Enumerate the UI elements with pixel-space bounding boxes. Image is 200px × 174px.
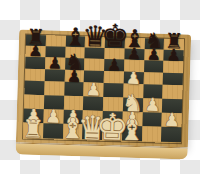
piece-black-pawn-g7[interactable]: ♟ xyxy=(147,46,162,62)
piece-black-pawn-f7[interactable]: ♟ xyxy=(127,46,142,62)
piece-white-pawn-f5[interactable]: ♟ xyxy=(126,69,141,86)
chess-board: ♜♝♛♚♝♞♜♟♟♟♟♟♞♟♟♟♟♞♟♟♟♟♟♟♜♝♛♚♝ xyxy=(16,29,192,158)
piece-black-pawn-b6[interactable]: ♟ xyxy=(47,55,62,72)
piece-black-pawn-h7[interactable]: ♟ xyxy=(166,47,181,63)
piece-white-pawn-g3[interactable]: ♟ xyxy=(144,96,160,114)
square-a4[interactable] xyxy=(24,81,44,95)
piece-white-rook-a1[interactable]: ♜ xyxy=(22,117,44,142)
square-e4[interactable] xyxy=(103,83,123,97)
piece-white-pawn-b2[interactable]: ♟ xyxy=(45,108,61,126)
piece-white-pawn-h2[interactable]: ♟ xyxy=(164,111,180,129)
piece-white-pawn-d4[interactable]: ♟ xyxy=(86,81,102,98)
piece-black-pawn-a7[interactable]: ♟ xyxy=(28,43,43,59)
square-g5[interactable] xyxy=(143,72,163,85)
piece-white-bishop-f1[interactable]: ♝ xyxy=(119,117,145,146)
square-h4[interactable] xyxy=(163,85,183,99)
transparency-background: ♜♝♛♚♝♞♜♟♟♟♟♟♞♟♟♟♟♞♟♟♟♟♟♟♜♝♛♚♝ xyxy=(0,0,200,174)
square-h5[interactable] xyxy=(163,73,183,86)
square-d6[interactable] xyxy=(84,58,104,70)
piece-black-pawn-c5[interactable]: ♟ xyxy=(67,68,82,85)
square-b8[interactable] xyxy=(46,35,66,46)
piece-black-pawn-e6[interactable]: ♟ xyxy=(107,57,122,74)
square-a5[interactable] xyxy=(25,69,45,82)
square-b4[interactable] xyxy=(44,82,64,96)
